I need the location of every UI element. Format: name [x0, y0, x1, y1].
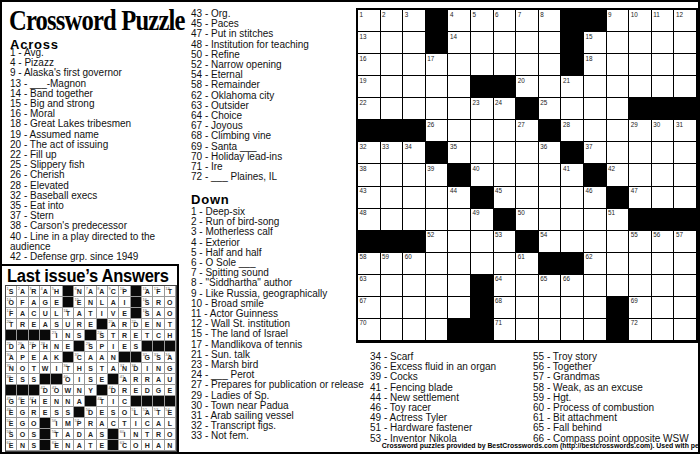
grid-cell[interactable] — [539, 32, 562, 54]
grid-cell[interactable] — [494, 253, 517, 275]
answer-cell: C — [142, 418, 153, 429]
grid-cell[interactable] — [494, 142, 517, 164]
grid-cell[interactable] — [674, 297, 697, 319]
grid-cell[interactable]: 51 — [607, 209, 630, 231]
answer-letter: U — [167, 376, 172, 383]
answer-letter: N — [88, 299, 93, 306]
grid-cell[interactable]: 39 — [426, 164, 449, 186]
grid-cell[interactable]: 34 — [403, 142, 426, 164]
grid-cell[interactable]: 62 — [584, 253, 607, 275]
grid-cell-black — [584, 10, 607, 32]
grid-cell[interactable]: 25 — [539, 98, 562, 120]
answer-cell: 2A — [17, 286, 28, 297]
grid-cell[interactable] — [539, 164, 562, 186]
grid-cell[interactable] — [516, 142, 539, 164]
grid-cell[interactable]: 4 — [448, 10, 471, 32]
grid-cell[interactable] — [403, 32, 426, 54]
grid-cell[interactable] — [426, 76, 449, 98]
grid-cell[interactable] — [539, 54, 562, 76]
grid-cell[interactable] — [652, 297, 675, 319]
grid-cell[interactable] — [652, 275, 675, 297]
answer-cell: N — [85, 297, 96, 308]
grid-cell[interactable] — [674, 275, 697, 297]
answer-cell-black — [85, 396, 96, 407]
grid-cell[interactable] — [607, 253, 630, 275]
grid-cell[interactable] — [494, 32, 517, 54]
grid-cell[interactable]: 33 — [381, 142, 404, 164]
grid-cell[interactable] — [607, 120, 630, 142]
answer-letter: O — [167, 431, 172, 438]
grid-cell[interactable]: 52 — [426, 231, 449, 253]
answer-letter: E — [167, 387, 172, 394]
answer-cell: T — [85, 308, 96, 319]
answer-letter: A — [20, 310, 25, 317]
grid-cell[interactable] — [652, 187, 675, 209]
answer-letter: N — [54, 398, 59, 405]
cell-number: 39 — [427, 165, 434, 172]
grid-cell[interactable]: 38 — [358, 164, 381, 186]
grid-cell[interactable]: 55 — [629, 231, 652, 253]
grid-cell[interactable]: 36 — [539, 142, 562, 164]
grid-cell[interactable] — [516, 32, 539, 54]
grid-cell[interactable] — [516, 187, 539, 209]
grid-cell[interactable] — [403, 319, 426, 341]
grid-cell[interactable]: 10 — [629, 10, 652, 32]
answer-letter: T — [145, 431, 149, 438]
grid-cell[interactable]: 19 — [358, 76, 381, 98]
answer-letter: S — [88, 365, 93, 372]
grid-cell[interactable] — [652, 32, 675, 54]
answer-cell: G — [17, 407, 28, 418]
grid-cell[interactable]: 37 — [584, 142, 607, 164]
grid-cell[interactable]: 24 — [494, 98, 517, 120]
grid-cell[interactable] — [403, 98, 426, 120]
grid-cell-black — [448, 164, 471, 186]
grid-cell-black — [539, 253, 562, 275]
grid-cell[interactable]: 70 — [358, 319, 381, 341]
grid-cell[interactable]: 57 — [674, 231, 697, 253]
cell-number: 60 — [405, 253, 412, 260]
grid-cell[interactable]: 18 — [584, 54, 607, 76]
grid-cell-black — [561, 32, 584, 54]
answer-cell: 10P — [119, 286, 130, 297]
grid-cell[interactable]: 21 — [561, 76, 584, 98]
answer-letter: P — [99, 343, 104, 350]
grid-cell[interactable] — [607, 275, 630, 297]
cell-number: 32 — [360, 143, 367, 150]
cell-number: 2 — [18, 287, 20, 291]
cell-number: 56 — [52, 419, 56, 423]
grid-cell[interactable] — [584, 76, 607, 98]
cell-number: 23 — [52, 331, 56, 335]
answer-letter: I — [112, 398, 114, 405]
grid-cell[interactable]: 13 — [358, 32, 381, 54]
grid-cell[interactable] — [494, 164, 517, 186]
grid-cell[interactable] — [494, 120, 517, 142]
grid-cell[interactable]: 15 — [584, 32, 607, 54]
grid-cell[interactable] — [674, 142, 697, 164]
grid-cell[interactable] — [426, 275, 449, 297]
answer-letter: R — [20, 321, 25, 328]
grid-cell[interactable]: 32 — [358, 142, 381, 164]
answer-letter: A — [77, 398, 82, 405]
grid-cell[interactable] — [561, 187, 584, 209]
grid-cell[interactable] — [471, 120, 494, 142]
grid-cell[interactable] — [539, 319, 562, 341]
grid-cell[interactable] — [381, 164, 404, 186]
grid-cell[interactable] — [652, 76, 675, 98]
cell-number: 65 — [540, 275, 547, 282]
grid-cell[interactable] — [607, 231, 630, 253]
grid-cell[interactable] — [403, 187, 426, 209]
grid-cell[interactable] — [426, 209, 449, 231]
grid-cell[interactable] — [403, 54, 426, 76]
answer-letter: T — [100, 365, 104, 372]
grid-cell[interactable] — [448, 275, 471, 297]
grid-cell[interactable] — [629, 142, 652, 164]
grid-cell[interactable] — [448, 231, 471, 253]
answer-cell: 16S — [142, 297, 153, 308]
grid-cell[interactable] — [426, 98, 449, 120]
grid-cell[interactable] — [471, 253, 494, 275]
answer-cell: A — [74, 440, 85, 451]
answer-cell-black — [63, 352, 74, 363]
grid-cell[interactable] — [674, 253, 697, 275]
grid-cell[interactable]: 31 — [674, 120, 697, 142]
grid-cell[interactable]: 44 — [448, 187, 471, 209]
answer-cell: D — [142, 385, 153, 396]
grid-cell[interactable]: 54 — [539, 231, 562, 253]
cell-number: 6 — [495, 11, 499, 18]
cell-number: 72 — [631, 319, 638, 326]
grid-cell[interactable] — [607, 32, 630, 54]
cell-number: 67 — [360, 297, 367, 304]
grid-cell[interactable] — [494, 54, 517, 76]
grid-cell[interactable] — [381, 319, 404, 341]
grid-cell[interactable]: 2 — [381, 10, 404, 32]
answer-cell: 40O — [63, 374, 74, 385]
grid-cell[interactable] — [584, 231, 607, 253]
answer-cell: N — [51, 341, 62, 352]
grid-cell[interactable] — [607, 142, 630, 164]
grid-cell-black — [652, 209, 675, 231]
cell-number: 63 — [360, 275, 367, 282]
answer-letter: E — [65, 343, 70, 350]
grid-cell[interactable]: 7 — [516, 10, 539, 32]
grid-cell[interactable] — [629, 253, 652, 275]
grid-cell[interactable] — [674, 187, 697, 209]
grid-cell[interactable] — [561, 297, 584, 319]
cell-number: 24 — [495, 99, 502, 106]
grid-cell-black — [426, 10, 449, 32]
cell-number: 1 — [7, 287, 9, 291]
grid-cell-black — [448, 319, 471, 341]
grid-cell[interactable]: 66 — [561, 275, 584, 297]
cell-number: 54 — [540, 231, 547, 238]
grid-cell[interactable] — [629, 76, 652, 98]
grid-cell[interactable] — [674, 164, 697, 186]
answer-cell: R — [142, 374, 153, 385]
grid-cell[interactable]: 42 — [607, 164, 630, 186]
answer-letter: M — [65, 420, 71, 427]
grid-cell[interactable]: 22 — [358, 98, 381, 120]
cell-number: 21 — [563, 77, 570, 84]
grid-cell[interactable] — [561, 319, 584, 341]
grid-cell[interactable]: 43 — [358, 187, 381, 209]
cell-number: 59 — [52, 430, 56, 434]
answer-cell: A — [74, 396, 85, 407]
grid-cell[interactable] — [426, 297, 449, 319]
grid-cell[interactable] — [448, 297, 471, 319]
grid-cell[interactable]: 61 — [516, 253, 539, 275]
grid-cell[interactable]: 53 — [494, 231, 517, 253]
grid-cell[interactable]: 35 — [448, 142, 471, 164]
answer-letter: O — [133, 442, 138, 449]
answer-cell: N — [51, 396, 62, 407]
answer-cell: 59T — [51, 429, 62, 440]
grid-cell[interactable]: 23 — [471, 98, 494, 120]
grid-cell[interactable] — [607, 76, 630, 98]
grid-cell[interactable] — [652, 319, 675, 341]
grid-cell[interactable] — [471, 32, 494, 54]
grid-cell[interactable]: 1 — [358, 10, 381, 32]
grid-cell[interactable]: 16 — [358, 54, 381, 76]
grid-cell[interactable] — [652, 54, 675, 76]
answer-cell: E — [165, 385, 176, 396]
grid-cell[interactable] — [652, 164, 675, 186]
grid-cell[interactable] — [629, 32, 652, 54]
grid-cell-black — [674, 209, 697, 231]
grid-cell[interactable] — [561, 231, 584, 253]
answer-cell: I — [142, 363, 153, 374]
grid-cell[interactable]: 65 — [539, 275, 562, 297]
answer-letter: A — [99, 288, 104, 295]
grid-cell[interactable]: 45 — [494, 187, 517, 209]
cell-number: 37 — [586, 143, 593, 150]
grid-cell[interactable] — [426, 253, 449, 275]
grid-cell[interactable]: 47 — [629, 187, 652, 209]
answer-letter: F — [20, 299, 24, 306]
grid-cell[interactable] — [403, 297, 426, 319]
grid-cell[interactable] — [607, 98, 630, 120]
cell-number: 42 — [40, 386, 44, 390]
cell-number: 50 — [518, 209, 525, 216]
cell-number: 15 — [74, 298, 78, 302]
grid-cell[interactable] — [561, 209, 584, 231]
cell-number: 41 — [120, 375, 124, 379]
grid-cell[interactable]: 29 — [629, 120, 652, 142]
grid-cell[interactable]: 41 — [561, 164, 584, 186]
answer-cell-black — [131, 308, 142, 319]
grid-cell[interactable]: 30 — [652, 120, 675, 142]
grid-cell[interactable] — [652, 142, 675, 164]
answer-letter: T — [88, 310, 92, 317]
cell-number: 53 — [495, 231, 502, 238]
grid-cell[interactable] — [381, 209, 404, 231]
grid-cell-black — [561, 142, 584, 164]
grid-cell[interactable] — [539, 76, 562, 98]
answer-letter: A — [156, 420, 161, 427]
answer-cell: G — [153, 385, 164, 396]
grid-cell[interactable] — [448, 209, 471, 231]
answer-letter: G — [20, 420, 25, 427]
grid-cell[interactable] — [381, 275, 404, 297]
grid-cell[interactable] — [381, 98, 404, 120]
grid-cell[interactable]: 27 — [516, 120, 539, 142]
grid-cell[interactable] — [607, 54, 630, 76]
grid-cell[interactable]: 72 — [629, 319, 652, 341]
grid-cell[interactable] — [448, 120, 471, 142]
grid-cell[interactable] — [629, 275, 652, 297]
grid-cell[interactable] — [448, 253, 471, 275]
grid-cell[interactable] — [516, 54, 539, 76]
grid-cell[interactable]: 56 — [652, 231, 675, 253]
grid-cell[interactable]: 14 — [448, 32, 471, 54]
grid-cell[interactable]: 67 — [358, 297, 381, 319]
answer-cell: E — [119, 341, 130, 352]
answer-cell: 8A — [97, 286, 108, 297]
cell-number: 27 — [29, 342, 33, 346]
answer-cell: 42D — [40, 385, 51, 396]
answer-cell: 18T — [63, 308, 74, 319]
cell-number: 27 — [518, 121, 525, 128]
answer-cell: W — [40, 363, 51, 374]
grid-cell[interactable]: 46 — [584, 187, 607, 209]
grid-cell[interactable] — [584, 275, 607, 297]
grid-cell[interactable]: 9 — [607, 10, 630, 32]
grid-cell[interactable]: 17 — [426, 54, 449, 76]
grid-cell[interactable] — [584, 209, 607, 231]
grid-cell[interactable] — [403, 209, 426, 231]
grid-cell[interactable]: 6 — [494, 10, 517, 32]
grid-cell-black — [607, 319, 630, 341]
cell-number: 29 — [86, 342, 90, 346]
answer-cell: 7A — [85, 286, 96, 297]
grid-cell-black — [629, 98, 652, 120]
grid-cell[interactable]: 3 — [403, 10, 426, 32]
answer-cell: 36T — [63, 363, 74, 374]
grid-cell[interactable] — [674, 32, 697, 54]
grid-cell[interactable] — [381, 187, 404, 209]
grid-cell[interactable] — [539, 297, 562, 319]
grid-cell[interactable] — [426, 187, 449, 209]
grid-cell[interactable] — [471, 54, 494, 76]
answer-cell: A — [85, 352, 96, 363]
grid-cell[interactable] — [471, 142, 494, 164]
grid-cell[interactable] — [674, 76, 697, 98]
grid-cell[interactable] — [539, 209, 562, 231]
answer-cell: N — [131, 429, 142, 440]
grid-cell[interactable] — [381, 297, 404, 319]
answer-letter: I — [56, 365, 58, 372]
cell-number: 62 — [52, 441, 56, 445]
answer-cell-black — [142, 341, 153, 352]
across-clues-column-2: 43 - Org.45 - Paces47 - Put in stitches4… — [191, 9, 309, 182]
cell-number: 69 — [631, 297, 638, 304]
answer-cell: E — [63, 341, 74, 352]
grid-cell[interactable] — [584, 120, 607, 142]
answer-cell: 26A — [17, 341, 28, 352]
grid-cell[interactable] — [403, 275, 426, 297]
answer-cell: A — [97, 352, 108, 363]
grid-cell[interactable]: 58 — [358, 253, 381, 275]
answer-letter: N — [65, 442, 70, 449]
grid-cell[interactable] — [674, 54, 697, 76]
grid-cell[interactable] — [584, 297, 607, 319]
grid-cell[interactable]: 49 — [471, 209, 494, 231]
grid-cell[interactable]: 48 — [358, 209, 381, 231]
grid-cell[interactable]: 11 — [652, 10, 675, 32]
answer-cell: 45G — [6, 396, 17, 407]
grid-cell[interactable] — [403, 164, 426, 186]
grid-cell[interactable] — [516, 164, 539, 186]
grid-cell[interactable] — [629, 54, 652, 76]
grid-cell[interactable] — [448, 54, 471, 76]
answer-cell: 47H — [29, 396, 40, 407]
grid-cell[interactable] — [448, 98, 471, 120]
answer-cell: R — [131, 374, 142, 385]
grid-cell[interactable] — [561, 98, 584, 120]
answer-letter: A — [99, 354, 104, 361]
grid-cell[interactable] — [584, 319, 607, 341]
cell-number: 35 — [7, 364, 11, 368]
grid-cell[interactable]: 5 — [471, 10, 494, 32]
grid-cell[interactable]: 63 — [358, 275, 381, 297]
answer-cell: W — [63, 385, 74, 396]
answer-letter: N — [133, 431, 138, 438]
grid-cell[interactable] — [629, 164, 652, 186]
grid-cell[interactable]: 8 — [539, 10, 562, 32]
grid-cell[interactable] — [448, 76, 471, 98]
grid-cell[interactable]: 69 — [629, 297, 652, 319]
grid-cell[interactable] — [381, 54, 404, 76]
grid-cell[interactable]: 40 — [471, 164, 494, 186]
grid-cell[interactable] — [516, 319, 539, 341]
grid-cell[interactable] — [674, 319, 697, 341]
answer-cell: O — [165, 297, 176, 308]
grid-cell[interactable] — [381, 76, 404, 98]
grid-cell[interactable] — [584, 98, 607, 120]
grid-cell[interactable] — [471, 231, 494, 253]
grid-cell[interactable]: 50 — [516, 209, 539, 231]
grid-cell[interactable] — [652, 253, 675, 275]
grid-cell-black — [539, 120, 562, 142]
grid-cell[interactable]: 26 — [426, 120, 449, 142]
answer-letter: N — [54, 343, 59, 350]
grid-cell[interactable]: 20 — [516, 76, 539, 98]
answer-letter: C — [111, 420, 116, 427]
answer-cell: 38D — [131, 363, 142, 374]
grid-cell[interactable]: 59 — [381, 253, 404, 275]
grid-cell[interactable] — [381, 32, 404, 54]
grid-cell[interactable] — [516, 275, 539, 297]
answer-letter: A — [88, 354, 93, 361]
grid-cell[interactable]: 60 — [403, 253, 426, 275]
grid-cell[interactable] — [539, 187, 562, 209]
grid-cell[interactable]: 71 — [494, 319, 517, 341]
page-title: Crossword Puzzle — [9, 3, 185, 37]
grid-cell[interactable]: 12 — [674, 10, 697, 32]
answer-letter: L — [100, 299, 104, 306]
grid-cell[interactable]: 64 — [494, 275, 517, 297]
grid-cell[interactable] — [403, 76, 426, 98]
answer-letter: A — [77, 442, 82, 449]
answer-letter: E — [31, 321, 36, 328]
grid-cell[interactable] — [426, 319, 449, 341]
grid-cell[interactable]: 68 — [494, 297, 517, 319]
grid-cell[interactable]: 28 — [561, 120, 584, 142]
grid-cell[interactable] — [516, 297, 539, 319]
